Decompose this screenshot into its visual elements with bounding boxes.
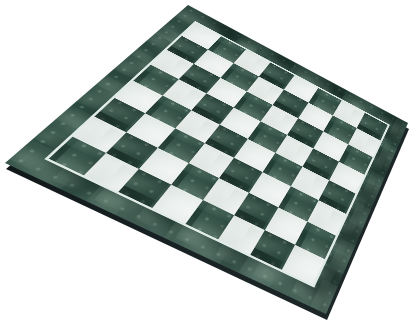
product-photo bbox=[0, 0, 416, 321]
playing-field bbox=[49, 23, 388, 285]
